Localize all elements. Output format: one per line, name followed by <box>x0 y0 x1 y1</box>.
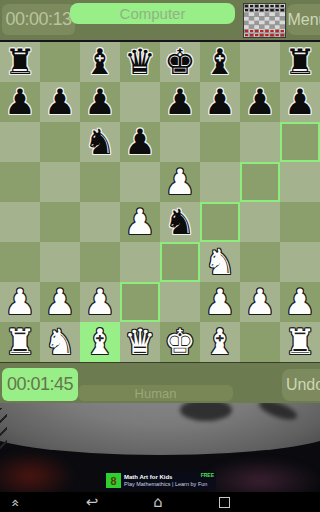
square-g4[interactable] <box>240 202 280 242</box>
android-nav-bar: « ↩ ⌂ <box>0 492 320 512</box>
square-f3[interactable]: ♞ <box>200 242 240 282</box>
black-king-e8: ♚ <box>160 42 200 83</box>
square-a7[interactable]: ♟ <box>0 82 40 122</box>
ad-free-badge: FREE <box>201 472 214 478</box>
white-pawn-e5: ♟ <box>160 162 200 203</box>
square-a8[interactable]: ♜ <box>0 42 40 82</box>
white-bishop-f1: ♝ <box>200 322 240 363</box>
black-pawn-h7: ♟ <box>280 82 320 123</box>
square-b1[interactable]: ♞ <box>40 322 80 362</box>
square-c2[interactable]: ♟ <box>80 282 120 322</box>
white-pawn-d4: ♟ <box>120 202 160 243</box>
background-wallpaper: 8 Math Art for Kids Play Mathemathics | … <box>0 403 320 492</box>
wallpaper-glow <box>0 451 75 492</box>
square-d6[interactable]: ♟ <box>120 122 160 162</box>
square-a3[interactable] <box>0 242 40 282</box>
square-g5[interactable] <box>240 162 280 202</box>
white-queen-d1: ♛ <box>120 322 160 363</box>
black-rook-a8: ♜ <box>0 42 40 83</box>
square-e1[interactable]: ♚ <box>160 322 200 362</box>
ad-app-icon: 8 <box>106 473 121 488</box>
square-b2[interactable]: ♟ <box>40 282 80 322</box>
white-pawn-g2: ♟ <box>240 282 280 323</box>
square-f7[interactable]: ♟ <box>200 82 240 122</box>
white-pawn-a2: ♟ <box>0 282 40 323</box>
square-e5[interactable]: ♟ <box>160 162 200 202</box>
square-e4[interactable]: ♞ <box>160 202 200 242</box>
square-h6[interactable] <box>280 122 320 162</box>
square-d5[interactable] <box>120 162 160 202</box>
square-h3[interactable] <box>280 242 320 282</box>
black-rook-h8: ♜ <box>280 42 320 83</box>
black-pawn-e7: ♟ <box>160 82 200 123</box>
chess-set-thumbnail-icon <box>243 3 286 38</box>
square-f4[interactable] <box>200 202 240 242</box>
square-h8[interactable]: ♜ <box>280 42 320 82</box>
square-d8[interactable]: ♛ <box>120 42 160 82</box>
human-clock: 00:01:45 <box>2 368 78 401</box>
white-knight-f3: ♞ <box>200 242 240 283</box>
computer-clock: 00:00:13 <box>2 4 75 35</box>
square-c6[interactable]: ♞ <box>80 122 120 162</box>
black-pawn-d6: ♟ <box>120 122 160 163</box>
black-pawn-f7: ♟ <box>200 82 240 123</box>
hide-navbar-icon[interactable]: « <box>6 492 26 512</box>
square-e8[interactable]: ♚ <box>160 42 200 82</box>
square-g1[interactable] <box>240 322 280 362</box>
square-e3[interactable] <box>160 242 200 282</box>
square-h5[interactable] <box>280 162 320 202</box>
square-c4[interactable] <box>80 202 120 242</box>
square-f1[interactable]: ♝ <box>200 322 240 362</box>
square-h7[interactable]: ♟ <box>280 82 320 122</box>
black-knight-c6: ♞ <box>80 122 120 163</box>
square-d4[interactable]: ♟ <box>120 202 160 242</box>
square-c7[interactable]: ♟ <box>80 82 120 122</box>
white-rook-h1: ♜ <box>280 322 320 363</box>
black-pawn-g7: ♟ <box>240 82 280 123</box>
square-g7[interactable]: ♟ <box>240 82 280 122</box>
square-h2[interactable]: ♟ <box>280 282 320 322</box>
square-h4[interactable] <box>280 202 320 242</box>
wallpaper-spiral-binding <box>0 408 7 452</box>
square-b8[interactable] <box>40 42 80 82</box>
computer-player-button[interactable]: Computer <box>70 3 235 24</box>
square-g2[interactable]: ♟ <box>240 282 280 322</box>
back-icon[interactable]: ↩ <box>82 492 102 512</box>
square-a5[interactable] <box>0 162 40 202</box>
thumbnail-black-pieces <box>244 4 285 12</box>
black-pawn-a7: ♟ <box>0 82 40 123</box>
home-icon[interactable]: ⌂ <box>148 492 168 512</box>
white-pawn-f2: ♟ <box>200 282 240 323</box>
black-knight-e4: ♞ <box>160 202 200 243</box>
menu-button[interactable]: Menu <box>287 4 320 35</box>
wallpaper-glow <box>200 458 320 492</box>
square-b6[interactable] <box>40 122 80 162</box>
square-e7[interactable]: ♟ <box>160 82 200 122</box>
square-g6[interactable] <box>240 122 280 162</box>
square-a6[interactable] <box>0 122 40 162</box>
black-bishop-f8: ♝ <box>200 42 240 83</box>
square-f5[interactable] <box>200 162 240 202</box>
square-c8[interactable]: ♝ <box>80 42 120 82</box>
square-h1[interactable]: ♜ <box>280 322 320 362</box>
bottom-bar: 00:01:45 Human Undo <box>0 362 320 403</box>
ad-subtitle: Play Mathemathics | Learn by Fun <box>124 482 216 488</box>
recent-apps-icon[interactable] <box>214 492 234 512</box>
square-d2[interactable] <box>120 282 160 322</box>
human-player-button[interactable]: Human <box>78 385 233 401</box>
top-bar: 00:00:13 Computer Menu <box>0 0 320 40</box>
square-c5[interactable] <box>80 162 120 202</box>
undo-button[interactable]: Undo <box>282 369 320 401</box>
square-b3[interactable] <box>40 242 80 282</box>
white-pawn-b2: ♟ <box>40 282 80 323</box>
square-e6[interactable] <box>160 122 200 162</box>
chess-board: ♜♝♛♚♝♜♟♟♟♟♟♟♟♞♟♟♟♞♞♟♟♟♟♟♟♜♞♝♛♚♝♜ <box>0 42 320 362</box>
white-rook-a1: ♜ <box>0 322 40 363</box>
square-b7[interactable]: ♟ <box>40 82 80 122</box>
square-c3[interactable] <box>80 242 120 282</box>
black-queen-d8: ♛ <box>120 42 160 83</box>
square-g8[interactable] <box>240 42 280 82</box>
square-f6[interactable] <box>200 122 240 162</box>
white-bishop-c1: ♝ <box>80 322 120 363</box>
square-c1[interactable]: ♝ <box>80 322 120 362</box>
white-knight-b1: ♞ <box>40 322 80 363</box>
square-f2[interactable]: ♟ <box>200 282 240 322</box>
square-a1[interactable]: ♜ <box>0 322 40 362</box>
thumbnail-red-pieces <box>244 29 285 37</box>
square-d1[interactable]: ♛ <box>120 322 160 362</box>
white-pawn-c2: ♟ <box>80 282 120 323</box>
recent-apps-shape <box>219 497 230 508</box>
square-f8[interactable]: ♝ <box>200 42 240 82</box>
square-d3[interactable] <box>120 242 160 282</box>
white-king-e1: ♚ <box>160 322 200 363</box>
black-pawn-b7: ♟ <box>40 82 80 123</box>
white-pawn-h2: ♟ <box>280 282 320 323</box>
square-g3[interactable] <box>240 242 280 282</box>
square-a4[interactable] <box>0 202 40 242</box>
square-a2[interactable]: ♟ <box>0 282 40 322</box>
ad-banner[interactable]: 8 Math Art for Kids Play Mathemathics | … <box>104 471 216 490</box>
black-pawn-c7: ♟ <box>80 82 120 123</box>
square-d7[interactable] <box>120 82 160 122</box>
square-b4[interactable] <box>40 202 80 242</box>
square-b5[interactable] <box>40 162 80 202</box>
square-e2[interactable] <box>160 282 200 322</box>
black-bishop-c8: ♝ <box>80 42 120 83</box>
